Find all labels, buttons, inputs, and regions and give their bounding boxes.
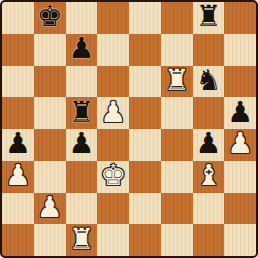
square-d8[interactable] [97, 2, 129, 34]
square-d5[interactable]: ♟ [97, 97, 129, 129]
square-a6[interactable] [2, 66, 34, 98]
square-g1[interactable] [193, 224, 225, 256]
piece-white-rook: ♜ [68, 225, 94, 254]
piece-white-rook: ♜ [164, 66, 190, 95]
square-h6[interactable] [224, 66, 256, 98]
square-c4[interactable]: ♟ [66, 129, 98, 161]
square-f5[interactable] [161, 97, 193, 129]
square-d7[interactable] [97, 34, 129, 66]
square-h5[interactable]: ♟ [224, 97, 256, 129]
square-h7[interactable] [224, 34, 256, 66]
square-d2[interactable] [97, 193, 129, 225]
piece-black-rook: ♜ [68, 98, 94, 127]
square-b8[interactable]: ♚ [34, 2, 66, 34]
square-b2[interactable]: ♟ [34, 193, 66, 225]
chess-board: ♚♜♟♜♞♜♟♟♟♟♟♟♟♚♝♟♜ [0, 0, 258, 258]
square-f6[interactable]: ♜ [161, 66, 193, 98]
square-b5[interactable] [34, 97, 66, 129]
piece-black-pawn: ♟ [5, 129, 31, 158]
square-h8[interactable] [224, 2, 256, 34]
square-d4[interactable] [97, 129, 129, 161]
piece-white-pawn: ♟ [227, 129, 253, 158]
piece-black-knight: ♞ [195, 66, 221, 95]
square-f7[interactable] [161, 34, 193, 66]
chess-board-grid: ♚♜♟♜♞♜♟♟♟♟♟♟♟♚♝♟♜ [2, 2, 256, 256]
square-a7[interactable] [2, 34, 34, 66]
square-f8[interactable] [161, 2, 193, 34]
square-h3[interactable] [224, 161, 256, 193]
square-f3[interactable] [161, 161, 193, 193]
square-c3[interactable] [66, 161, 98, 193]
square-d1[interactable] [97, 224, 129, 256]
square-e1[interactable] [129, 224, 161, 256]
square-h1[interactable] [224, 224, 256, 256]
square-d3[interactable]: ♚ [97, 161, 129, 193]
square-g5[interactable] [193, 97, 225, 129]
square-a2[interactable] [2, 193, 34, 225]
square-g8[interactable]: ♜ [193, 2, 225, 34]
piece-black-pawn: ♟ [195, 129, 221, 158]
piece-black-pawn: ♟ [68, 129, 94, 158]
square-a8[interactable] [2, 2, 34, 34]
square-c7[interactable]: ♟ [66, 34, 98, 66]
square-a3[interactable]: ♟ [2, 161, 34, 193]
piece-white-king: ♚ [100, 161, 126, 190]
square-f1[interactable] [161, 224, 193, 256]
square-d6[interactable] [97, 66, 129, 98]
square-h2[interactable] [224, 193, 256, 225]
square-e2[interactable] [129, 193, 161, 225]
piece-white-bishop: ♝ [195, 161, 221, 190]
square-b1[interactable] [34, 224, 66, 256]
square-e8[interactable] [129, 2, 161, 34]
square-e4[interactable] [129, 129, 161, 161]
square-b3[interactable] [34, 161, 66, 193]
square-e6[interactable] [129, 66, 161, 98]
square-g6[interactable]: ♞ [193, 66, 225, 98]
square-c1[interactable]: ♜ [66, 224, 98, 256]
square-e5[interactable] [129, 97, 161, 129]
square-c6[interactable] [66, 66, 98, 98]
square-a1[interactable] [2, 224, 34, 256]
square-b6[interactable] [34, 66, 66, 98]
piece-white-pawn: ♟ [100, 98, 126, 127]
square-c5[interactable]: ♜ [66, 97, 98, 129]
square-h4[interactable]: ♟ [224, 129, 256, 161]
square-c8[interactable] [66, 2, 98, 34]
square-b7[interactable] [34, 34, 66, 66]
square-f2[interactable] [161, 193, 193, 225]
square-b4[interactable] [34, 129, 66, 161]
piece-white-pawn: ♟ [37, 193, 63, 222]
piece-black-king: ♚ [37, 2, 63, 31]
piece-white-pawn: ♟ [5, 161, 31, 190]
square-g4[interactable]: ♟ [193, 129, 225, 161]
square-e7[interactable] [129, 34, 161, 66]
square-a4[interactable]: ♟ [2, 129, 34, 161]
piece-black-rook: ♜ [195, 2, 221, 31]
piece-black-pawn: ♟ [68, 34, 94, 63]
square-a5[interactable] [2, 97, 34, 129]
square-g7[interactable] [193, 34, 225, 66]
square-g2[interactable] [193, 193, 225, 225]
square-e3[interactable] [129, 161, 161, 193]
square-c2[interactable] [66, 193, 98, 225]
piece-black-pawn: ♟ [227, 98, 253, 127]
square-g3[interactable]: ♝ [193, 161, 225, 193]
square-f4[interactable] [161, 129, 193, 161]
